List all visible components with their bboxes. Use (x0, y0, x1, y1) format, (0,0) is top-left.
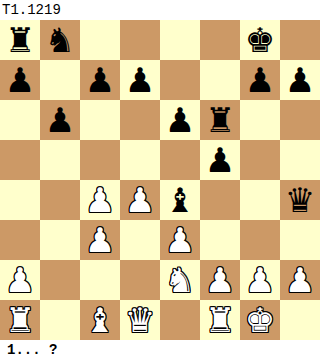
piece-black-pawn: ♟ (45, 100, 75, 140)
piece-white-queen: ♛ (125, 300, 155, 340)
square-d6[interactable] (120, 100, 160, 140)
square-f6[interactable]: ♜ (200, 100, 240, 140)
piece-black-king: ♚ (245, 20, 275, 60)
square-b2[interactable] (40, 260, 80, 300)
square-h5[interactable] (280, 140, 320, 180)
square-g7[interactable]: ♟ (240, 60, 280, 100)
piece-white-bishop: ♝ (85, 300, 115, 340)
piece-white-rook: ♜ (205, 300, 235, 340)
square-h8[interactable] (280, 20, 320, 60)
square-e7[interactable] (160, 60, 200, 100)
piece-black-pawn: ♟ (125, 60, 155, 100)
square-c7[interactable]: ♟ (80, 60, 120, 100)
square-a1[interactable]: ♜ (0, 300, 40, 340)
square-b4[interactable] (40, 180, 80, 220)
piece-white-king: ♚ (245, 300, 275, 340)
square-a3[interactable] (0, 220, 40, 260)
square-h3[interactable] (280, 220, 320, 260)
square-e6[interactable]: ♟ (160, 100, 200, 140)
square-b8[interactable]: ♞ (40, 20, 80, 60)
square-c3[interactable]: ♟ (80, 220, 120, 260)
square-b3[interactable] (40, 220, 80, 260)
square-c6[interactable] (80, 100, 120, 140)
square-f4[interactable] (200, 180, 240, 220)
square-h6[interactable] (280, 100, 320, 140)
square-g2[interactable]: ♟ (240, 260, 280, 300)
square-b5[interactable] (40, 140, 80, 180)
piece-black-pawn: ♟ (5, 60, 35, 100)
piece-black-bishop: ♝ (165, 180, 195, 220)
square-e5[interactable] (160, 140, 200, 180)
square-g1[interactable]: ♚ (240, 300, 280, 340)
square-g5[interactable] (240, 140, 280, 180)
piece-black-rook: ♜ (205, 100, 235, 140)
puzzle-id: T1.1219 (0, 0, 61, 20)
square-c1[interactable]: ♝ (80, 300, 120, 340)
piece-white-pawn: ♟ (85, 220, 115, 260)
square-h2[interactable]: ♟ (280, 260, 320, 300)
piece-white-pawn: ♟ (5, 260, 35, 300)
piece-black-pawn: ♟ (85, 60, 115, 100)
square-f8[interactable] (200, 20, 240, 60)
board: ♜♞♚♟♟♟♟♟♟♟♜♟♟♟♝♛♟♟♟♞♟♟♟♜♝♛♜♚ (0, 20, 320, 340)
square-f2[interactable]: ♟ (200, 260, 240, 300)
square-f1[interactable]: ♜ (200, 300, 240, 340)
square-f5[interactable]: ♟ (200, 140, 240, 180)
square-a8[interactable]: ♜ (0, 20, 40, 60)
square-h7[interactable]: ♟ (280, 60, 320, 100)
square-d4[interactable]: ♟ (120, 180, 160, 220)
title-bar: T1.1219 (0, 0, 320, 20)
square-c4[interactable]: ♟ (80, 180, 120, 220)
piece-black-pawn: ♟ (205, 140, 235, 180)
square-h4[interactable]: ♛ (280, 180, 320, 220)
square-f3[interactable] (200, 220, 240, 260)
square-b1[interactable] (40, 300, 80, 340)
piece-white-pawn: ♟ (285, 260, 315, 300)
square-f7[interactable] (200, 60, 240, 100)
piece-white-pawn: ♟ (125, 180, 155, 220)
piece-white-pawn: ♟ (245, 260, 275, 300)
square-d2[interactable] (120, 260, 160, 300)
piece-black-pawn: ♟ (165, 100, 195, 140)
piece-black-rook: ♜ (5, 20, 35, 60)
piece-white-pawn: ♟ (165, 220, 195, 260)
square-h1[interactable] (280, 300, 320, 340)
square-d5[interactable] (120, 140, 160, 180)
square-a5[interactable] (0, 140, 40, 180)
square-d1[interactable]: ♛ (120, 300, 160, 340)
square-d7[interactable]: ♟ (120, 60, 160, 100)
square-c8[interactable] (80, 20, 120, 60)
piece-white-pawn: ♟ (85, 180, 115, 220)
square-e4[interactable]: ♝ (160, 180, 200, 220)
square-g3[interactable] (240, 220, 280, 260)
square-a4[interactable] (0, 180, 40, 220)
piece-black-queen: ♛ (285, 180, 315, 220)
square-e1[interactable] (160, 300, 200, 340)
piece-black-knight: ♞ (45, 20, 75, 60)
square-d8[interactable] (120, 20, 160, 60)
square-d3[interactable] (120, 220, 160, 260)
square-c5[interactable] (80, 140, 120, 180)
status-bar: 1... ? (0, 340, 320, 360)
square-b6[interactable]: ♟ (40, 100, 80, 140)
piece-black-pawn: ♟ (245, 60, 275, 100)
piece-white-rook: ♜ (5, 300, 35, 340)
square-g6[interactable] (240, 100, 280, 140)
square-e8[interactable] (160, 20, 200, 60)
piece-white-knight: ♞ (165, 260, 195, 300)
piece-black-pawn: ♟ (285, 60, 315, 100)
move-prompt: 1... ? (0, 340, 57, 360)
square-g8[interactable]: ♚ (240, 20, 280, 60)
piece-white-pawn: ♟ (205, 260, 235, 300)
square-b7[interactable] (40, 60, 80, 100)
square-e3[interactable]: ♟ (160, 220, 200, 260)
square-c2[interactable] (80, 260, 120, 300)
square-a2[interactable]: ♟ (0, 260, 40, 300)
square-e2[interactable]: ♞ (160, 260, 200, 300)
square-a7[interactable]: ♟ (0, 60, 40, 100)
square-a6[interactable] (0, 100, 40, 140)
square-g4[interactable] (240, 180, 280, 220)
